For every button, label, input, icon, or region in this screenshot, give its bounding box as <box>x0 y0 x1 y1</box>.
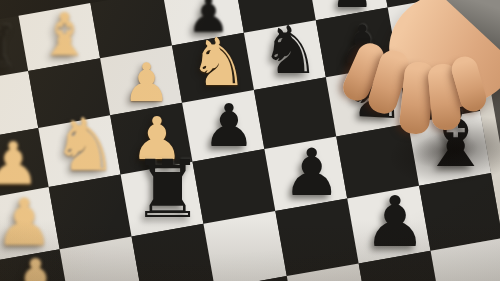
square-g4 <box>419 173 500 251</box>
square-f4: ♟ <box>347 186 430 264</box>
black-pawn-f4: ♟ <box>363 187 426 257</box>
white-pawn-c7: ♟ <box>122 56 170 109</box>
square-e4 <box>275 198 358 276</box>
white-pawn-a5: ♟ <box>0 190 53 255</box>
white-pawn-c6: ♟ <box>130 109 183 168</box>
chessboard-photo: ♜♝♟♟♟♞♞♟♟♞♟♟♞♟♟♜♟♝♟♟ <box>0 0 500 281</box>
square-d4 <box>203 211 286 281</box>
black-rook-a8: ♜ <box>0 18 19 77</box>
black-knight-e7: ♞ <box>260 18 319 84</box>
white-pawn-a6: ♟ <box>0 134 39 193</box>
black-pawn-d8: ♟ <box>186 0 229 39</box>
black-pawn-d6: ♟ <box>202 96 255 155</box>
black-pawn-e5: ♟ <box>282 140 340 205</box>
white-bishop-b8: ♝ <box>38 6 91 65</box>
white-knight-d7: ♞ <box>188 30 247 96</box>
